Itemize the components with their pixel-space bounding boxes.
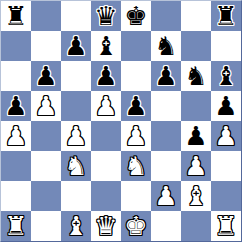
square-c1[interactable]: ♝: [61, 211, 91, 241]
white-pawn[interactable]: ♟: [4, 121, 27, 151]
square-f8[interactable]: [151, 1, 181, 31]
chess-board: ♜♛♚♜♟♝♞♟♟♟♞♝♟♟♟♟♟♟♟♟♟♟♞♞♟♟♝♜♝♛♚♜: [0, 0, 242, 242]
square-b5[interactable]: ♟: [31, 91, 61, 121]
square-c3[interactable]: ♞: [61, 151, 91, 181]
square-c5[interactable]: [61, 91, 91, 121]
black-rook[interactable]: ♜: [4, 1, 27, 31]
square-d8[interactable]: ♛: [91, 1, 121, 31]
white-knight[interactable]: ♞: [64, 151, 87, 181]
white-king[interactable]: ♚: [124, 211, 147, 241]
square-c8[interactable]: [61, 1, 91, 31]
square-b2[interactable]: [31, 181, 61, 211]
black-pawn[interactable]: ♟: [214, 91, 237, 121]
square-e3[interactable]: ♞: [121, 151, 151, 181]
black-rook[interactable]: ♜: [214, 1, 237, 31]
square-b6[interactable]: ♟: [31, 61, 61, 91]
black-queen[interactable]: ♛: [94, 1, 117, 31]
square-a2[interactable]: [1, 181, 31, 211]
square-a3[interactable]: [1, 151, 31, 181]
white-bishop[interactable]: ♝: [64, 211, 87, 241]
square-g7[interactable]: [181, 31, 211, 61]
square-d5[interactable]: ♟: [91, 91, 121, 121]
black-pawn[interactable]: ♟: [4, 91, 27, 121]
white-pawn[interactable]: ♟: [124, 121, 147, 151]
square-g4[interactable]: ♟: [181, 121, 211, 151]
square-h6[interactable]: ♝: [211, 61, 241, 91]
square-h4[interactable]: ♟: [211, 121, 241, 151]
square-b7[interactable]: [31, 31, 61, 61]
square-e8[interactable]: ♚: [121, 1, 151, 31]
square-c7[interactable]: ♟: [61, 31, 91, 61]
square-h5[interactable]: ♟: [211, 91, 241, 121]
white-rook[interactable]: ♜: [214, 211, 237, 241]
square-f3[interactable]: [151, 151, 181, 181]
square-g5[interactable]: [181, 91, 211, 121]
white-pawn[interactable]: ♟: [214, 121, 237, 151]
black-pawn[interactable]: ♟: [94, 61, 117, 91]
white-pawn[interactable]: ♟: [184, 151, 207, 181]
square-e1[interactable]: ♚: [121, 211, 151, 241]
black-knight[interactable]: ♞: [184, 61, 207, 91]
square-h7[interactable]: [211, 31, 241, 61]
square-d1[interactable]: ♛: [91, 211, 121, 241]
square-e5[interactable]: ♟: [121, 91, 151, 121]
black-knight[interactable]: ♞: [154, 31, 177, 61]
square-f7[interactable]: ♞: [151, 31, 181, 61]
square-c4[interactable]: ♟: [61, 121, 91, 151]
square-g3[interactable]: ♟: [181, 151, 211, 181]
square-g8[interactable]: [181, 1, 211, 31]
square-h2[interactable]: [211, 181, 241, 211]
square-f5[interactable]: [151, 91, 181, 121]
square-d6[interactable]: ♟: [91, 61, 121, 91]
white-pawn[interactable]: ♟: [94, 91, 117, 121]
square-g2[interactable]: ♝: [181, 181, 211, 211]
white-queen[interactable]: ♛: [94, 211, 117, 241]
square-e6[interactable]: [121, 61, 151, 91]
square-a8[interactable]: ♜: [1, 1, 31, 31]
square-e7[interactable]: [121, 31, 151, 61]
square-d3[interactable]: [91, 151, 121, 181]
black-bishop[interactable]: ♝: [94, 31, 117, 61]
square-d4[interactable]: [91, 121, 121, 151]
square-g1[interactable]: [181, 211, 211, 241]
square-f6[interactable]: ♟: [151, 61, 181, 91]
square-b1[interactable]: [31, 211, 61, 241]
square-b3[interactable]: [31, 151, 61, 181]
square-f4[interactable]: [151, 121, 181, 151]
square-a4[interactable]: ♟: [1, 121, 31, 151]
square-a7[interactable]: [1, 31, 31, 61]
square-a6[interactable]: [1, 61, 31, 91]
square-d7[interactable]: ♝: [91, 31, 121, 61]
square-h8[interactable]: ♜: [211, 1, 241, 31]
square-g6[interactable]: ♞: [181, 61, 211, 91]
white-pawn[interactable]: ♟: [64, 121, 87, 151]
white-knight[interactable]: ♞: [124, 151, 147, 181]
square-f1[interactable]: [151, 211, 181, 241]
square-b8[interactable]: [31, 1, 61, 31]
square-h3[interactable]: [211, 151, 241, 181]
black-bishop[interactable]: ♝: [214, 61, 237, 91]
white-pawn[interactable]: ♟: [34, 91, 57, 121]
black-pawn[interactable]: ♟: [64, 31, 87, 61]
black-pawn[interactable]: ♟: [124, 91, 147, 121]
black-pawn[interactable]: ♟: [34, 61, 57, 91]
black-pawn[interactable]: ♟: [154, 61, 177, 91]
square-e2[interactable]: [121, 181, 151, 211]
square-h1[interactable]: ♜: [211, 211, 241, 241]
square-e4[interactable]: ♟: [121, 121, 151, 151]
square-c2[interactable]: [61, 181, 91, 211]
white-rook[interactable]: ♜: [4, 211, 27, 241]
white-pawn[interactable]: ♟: [154, 181, 177, 211]
square-a1[interactable]: ♜: [1, 211, 31, 241]
square-b4[interactable]: [31, 121, 61, 151]
square-f2[interactable]: ♟: [151, 181, 181, 211]
square-c6[interactable]: [61, 61, 91, 91]
white-bishop[interactable]: ♝: [184, 181, 207, 211]
black-pawn[interactable]: ♟: [184, 121, 207, 151]
square-a5[interactable]: ♟: [1, 91, 31, 121]
square-d2[interactable]: [91, 181, 121, 211]
black-king[interactable]: ♚: [124, 1, 147, 31]
